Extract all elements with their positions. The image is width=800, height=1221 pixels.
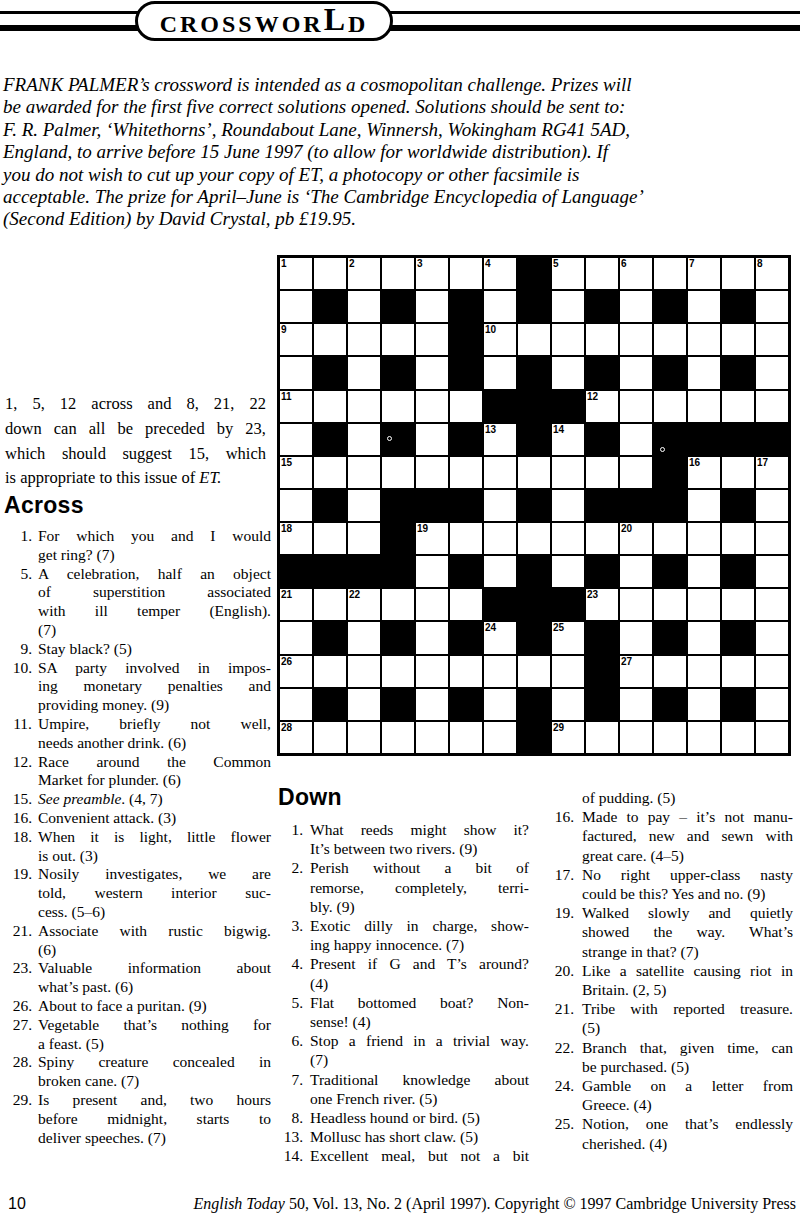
grid-cell[interactable] <box>653 390 687 423</box>
grid-cell-black <box>687 423 721 456</box>
clue-number: 1. <box>5 527 32 565</box>
grid-cell[interactable]: 20 <box>619 522 653 555</box>
grid-cell[interactable] <box>653 522 687 555</box>
grid-cell[interactable] <box>619 290 653 323</box>
grid-cell[interactable]: 9 <box>279 323 313 356</box>
grid-cell[interactable] <box>755 555 789 588</box>
grid-cell[interactable] <box>619 621 653 654</box>
clue-text: Like a satellite causing riot inBritain.… <box>582 961 793 999</box>
grid-cell-black <box>381 290 415 323</box>
title-raised-letter: L <box>324 1 348 37</box>
grid-cell[interactable] <box>653 588 687 621</box>
grid-cell[interactable] <box>415 688 449 721</box>
grid-cell-black <box>517 588 551 621</box>
clue-line: ing monetary penalties and <box>38 677 271 696</box>
grid-cell[interactable] <box>585 257 619 290</box>
grid-cell[interactable] <box>755 323 789 356</box>
grid-cell[interactable] <box>687 356 721 389</box>
grid-cell[interactable] <box>687 555 721 588</box>
grid-cell[interactable]: 15 <box>279 456 313 489</box>
masthead-rule-thin <box>0 11 800 14</box>
intro-line: FRANK PALMER’s crossword is intended as … <box>3 74 644 96</box>
grid-cell[interactable] <box>755 390 789 423</box>
clue-text: Gamble on a letter fromGreece. (4) <box>582 1076 793 1114</box>
grid-cell[interactable] <box>517 456 551 489</box>
across-clue: 29.Is present and, two hoursbefore midni… <box>5 1091 271 1147</box>
grid-cell[interactable] <box>585 456 619 489</box>
grid-cell[interactable] <box>415 456 449 489</box>
grid-cell[interactable] <box>585 323 619 356</box>
grid-cell[interactable] <box>755 621 789 654</box>
grid-cell[interactable] <box>483 555 517 588</box>
clue-line: Stay black? (5) <box>38 640 271 659</box>
grid-cell-black <box>279 555 313 588</box>
grid-cell[interactable]: 25 <box>551 621 585 654</box>
grid-cell[interactable] <box>755 588 789 621</box>
grid-cell[interactable] <box>483 655 517 688</box>
note-line: is appropriate to this issue of ET. <box>5 466 266 491</box>
grid-cell[interactable] <box>347 423 381 456</box>
clue-line: Perish without a bit of <box>310 858 529 877</box>
grid-cell[interactable]: 2 <box>347 257 381 290</box>
clue-text: Nosily investigates, we aretold, western… <box>38 865 271 921</box>
grid-cell-black <box>585 655 619 688</box>
grid-cell[interactable] <box>551 456 585 489</box>
grid-cell[interactable] <box>619 456 653 489</box>
grid-cell[interactable] <box>721 588 755 621</box>
citation-rest: 50, Vol. 13, No. 2 (April 1997). Copyrig… <box>285 1195 796 1212</box>
grid-cell[interactable] <box>347 621 381 654</box>
across-clue: 19.Nosily investigates, we aretold, west… <box>5 865 271 921</box>
cell-number: 26 <box>281 656 292 668</box>
clue-line: Excellent meal, but not a bit <box>310 1146 529 1165</box>
grid-cell[interactable]: 10 <box>483 323 517 356</box>
cell-number: 23 <box>587 589 598 601</box>
grid-cell-black <box>381 621 415 654</box>
intro-line: acceptable. The prize for April–June is … <box>3 186 644 208</box>
grid-cell[interactable] <box>347 688 381 721</box>
grid-cell[interactable] <box>313 588 347 621</box>
grid-cell[interactable] <box>449 456 483 489</box>
across-clue: 12.Race around the CommonMarket for plun… <box>5 753 271 791</box>
grid-cell-black <box>585 356 619 389</box>
clue-line: Race around the Common <box>38 753 271 772</box>
grid-cell[interactable] <box>721 390 755 423</box>
clue-number: 20. <box>545 961 574 999</box>
grid-cell[interactable]: 13 <box>483 423 517 456</box>
grid-cell-black <box>517 555 551 588</box>
clue-line: Stop a friend in a trivial way. <box>310 1031 529 1050</box>
grid-cell[interactable]: 27 <box>619 655 653 688</box>
grid-cell[interactable] <box>415 588 449 621</box>
clue-text: Convenient attack. (3) <box>38 809 271 828</box>
grid-cell[interactable] <box>347 456 381 489</box>
grid-cell[interactable] <box>721 522 755 555</box>
clue-line: cherished. (4) <box>582 1134 793 1153</box>
grid-cell[interactable] <box>721 655 755 688</box>
grid-cell[interactable] <box>619 555 653 588</box>
grid-cell[interactable] <box>415 356 449 389</box>
grid-cell[interactable]: 8 <box>755 257 789 290</box>
crossword-grid: 1234567891011121314151617181920212223242… <box>277 255 791 756</box>
grid-cell[interactable]: 14 <box>551 423 585 456</box>
cell-number: 2 <box>349 258 355 270</box>
cell-number: 10 <box>485 324 496 336</box>
grid-cell[interactable] <box>721 323 755 356</box>
grid-cell[interactable]: 18 <box>279 522 313 555</box>
grid-cell[interactable] <box>313 390 347 423</box>
grid-cell[interactable] <box>313 257 347 290</box>
grid-cell[interactable] <box>687 688 721 721</box>
cell-number: 9 <box>281 324 287 336</box>
grid-cell[interactable] <box>619 390 653 423</box>
grid-cell[interactable] <box>517 522 551 555</box>
down-clue-list-col2: of pudding. (5)16.Made to pay – it’s not… <box>545 788 793 1153</box>
clue-number: 16. <box>5 809 32 828</box>
grid-cell[interactable] <box>687 721 721 754</box>
grid-cell[interactable] <box>415 290 449 323</box>
grid-cell[interactable] <box>483 489 517 522</box>
grid-cell[interactable] <box>619 588 653 621</box>
clue-number <box>545 788 574 807</box>
clue-number: 18. <box>5 828 32 866</box>
grid-cell[interactable] <box>415 423 449 456</box>
grid-cell-black <box>551 588 585 621</box>
grid-cell[interactable] <box>415 621 449 654</box>
grid-cell[interactable] <box>755 290 789 323</box>
clue-number: 4. <box>280 954 303 992</box>
grid-cell[interactable] <box>551 489 585 522</box>
grid-cell[interactable]: 19 <box>415 522 449 555</box>
clue-line: Is present and, two hours <box>38 1091 271 1110</box>
grid-cell[interactable] <box>347 489 381 522</box>
grid-cell[interactable]: 21 <box>279 588 313 621</box>
clue-number: 24. <box>545 1076 574 1114</box>
grid-cell[interactable] <box>449 588 483 621</box>
grid-cell[interactable] <box>279 489 313 522</box>
clue-text: Vegetable that’s nothing fora feast. (5) <box>38 1016 271 1054</box>
grid-cell[interactable] <box>347 522 381 555</box>
grid-cell-black <box>721 290 755 323</box>
grid-cell[interactable] <box>483 356 517 389</box>
clue-number: 28. <box>5 1053 32 1091</box>
across-clue: 1.For which you and I wouldget ring? (7) <box>5 527 271 565</box>
grid-cell[interactable] <box>517 323 551 356</box>
grid-cell[interactable] <box>347 323 381 356</box>
down-clue: 7.Traditional knowledge aboutone French … <box>280 1070 529 1108</box>
grid-cell[interactable] <box>585 522 619 555</box>
grid-cell[interactable] <box>279 621 313 654</box>
grid-cell-black <box>449 356 483 389</box>
grid-cell[interactable] <box>415 555 449 588</box>
clue-number: 21. <box>5 922 32 960</box>
grid-cell[interactable] <box>653 257 687 290</box>
grid-cell[interactable] <box>381 721 415 754</box>
grid-cell-black <box>313 621 347 654</box>
masthead-title-pill: CROSSWORLD <box>135 1 393 41</box>
clue-line: See preamble. (4, 7) <box>38 790 271 809</box>
clue-text: Is present and, two hoursbefore midnight… <box>38 1091 271 1147</box>
clue-line: Spiny creature concealed in <box>38 1053 271 1072</box>
clue-line: It’s between two rivers. (9) <box>310 839 529 858</box>
clue-line: Branch that, given time, can <box>582 1038 793 1057</box>
grid-cell[interactable] <box>755 688 789 721</box>
grid-cell[interactable] <box>449 655 483 688</box>
clue-line: get ring? (7) <box>38 546 271 565</box>
grid-cell[interactable] <box>381 588 415 621</box>
clue-text: Flat bottomed boat? Non-sense! (4) <box>310 993 529 1031</box>
down-clue: 16.Made to pay – it’s not manu-factured,… <box>545 807 793 865</box>
clue-line: of pudding. (5) <box>582 788 793 807</box>
intro-line: F. R. Palmer, ‘Whitethorns’, Roundabout … <box>3 119 644 141</box>
grid-cell[interactable]: 17 <box>755 456 789 489</box>
grid-cell[interactable] <box>347 655 381 688</box>
grid-cell[interactable] <box>551 290 585 323</box>
intro-line: (Second Edition) by David Crystal, pb £1… <box>3 208 644 230</box>
grid-cell[interactable] <box>483 522 517 555</box>
grid-cell-black <box>517 489 551 522</box>
grid-cell[interactable] <box>551 323 585 356</box>
cell-number: 24 <box>485 622 496 634</box>
grid-cell[interactable] <box>619 423 653 456</box>
clue-number: 13. <box>280 1127 303 1146</box>
down-clue: 24.Gamble on a letter fromGreece. (4) <box>545 1076 793 1114</box>
clue-number: 15. <box>5 790 32 809</box>
clue-text: What reeds might show it?It’s between tw… <box>310 820 529 858</box>
grid-cell[interactable] <box>313 323 347 356</box>
cell-number: 6 <box>621 258 627 270</box>
across-heading: Across <box>4 492 84 519</box>
across-clue: 27.Vegetable that’s nothing fora feast. … <box>5 1016 271 1054</box>
grid-cell[interactable] <box>415 323 449 356</box>
grid-cell[interactable] <box>721 721 755 754</box>
clue-text: See preamble. (4, 7) <box>38 790 271 809</box>
clue-number: 25. <box>545 1114 574 1152</box>
clue-line: Greece. (4) <box>582 1095 793 1114</box>
clue-line: When it is light, little flower <box>38 828 271 847</box>
cell-number: 11 <box>281 391 292 403</box>
grid-cell[interactable]: 22 <box>347 588 381 621</box>
grid-cell[interactable] <box>517 655 551 688</box>
grid-cell-black <box>653 456 687 489</box>
grid-cell[interactable] <box>279 356 313 389</box>
grid-cell[interactable] <box>415 721 449 754</box>
grid-cell[interactable] <box>313 522 347 555</box>
grid-cell[interactable] <box>313 721 347 754</box>
across-clue: 5.A celebration, half an objectof supers… <box>5 565 271 640</box>
grid-cell[interactable] <box>415 390 449 423</box>
grid-cell-black <box>517 688 551 721</box>
grid-cell[interactable] <box>687 290 721 323</box>
grid-cell[interactable] <box>687 390 721 423</box>
grid-cell[interactable] <box>551 688 585 721</box>
grid-cell[interactable]: 5 <box>551 257 585 290</box>
grid-cell[interactable]: 23 <box>585 588 619 621</box>
grid-cell[interactable] <box>687 522 721 555</box>
grid-cell[interactable] <box>347 721 381 754</box>
grid-cell[interactable] <box>483 688 517 721</box>
grid-cell[interactable] <box>653 655 687 688</box>
preamble-note: 1, 5, 12 across and 8, 21, 22down can al… <box>5 392 266 491</box>
down-clue: 13.Mollusc has short claw. (5) <box>280 1127 529 1146</box>
grid-cell[interactable] <box>381 257 415 290</box>
grid-cell[interactable] <box>653 323 687 356</box>
grid-cell[interactable]: 12 <box>585 390 619 423</box>
grid-cell[interactable]: 26 <box>279 655 313 688</box>
grid-cell-black <box>721 555 755 588</box>
grid-cell[interactable] <box>347 356 381 389</box>
grid-cell[interactable] <box>313 456 347 489</box>
clue-line: Flat bottomed boat? Non- <box>310 993 529 1012</box>
grid-cell[interactable] <box>551 522 585 555</box>
grid-cell-black <box>585 555 619 588</box>
grid-cell[interactable]: 4 <box>483 257 517 290</box>
grid-cell[interactable] <box>721 257 755 290</box>
clue-number: 22. <box>545 1038 574 1076</box>
grid-cell[interactable] <box>687 655 721 688</box>
grid-cell[interactable] <box>279 423 313 456</box>
grid-cell-black <box>517 290 551 323</box>
clue-line: remorse, completely, terri- <box>310 878 529 897</box>
grid-cell[interactable]: 1 <box>279 257 313 290</box>
clue-number: 3. <box>280 916 303 954</box>
clue-line: No right upper-class nasty <box>582 865 793 884</box>
grid-cell[interactable] <box>381 390 415 423</box>
clue-line: Convenient attack. (3) <box>38 809 271 828</box>
grid-cell[interactable] <box>449 721 483 754</box>
grid-cell[interactable]: 28 <box>279 721 313 754</box>
grid-cell[interactable] <box>483 721 517 754</box>
page-number: 10 <box>8 1195 26 1213</box>
grid-cell-black <box>449 688 483 721</box>
grid-cell[interactable] <box>279 688 313 721</box>
grid-cell-black <box>483 588 517 621</box>
cell-number: 15 <box>281 457 292 469</box>
grid-cell[interactable] <box>687 621 721 654</box>
grid-cell[interactable] <box>585 721 619 754</box>
title-part2: D <box>348 11 368 37</box>
grid-cell[interactable] <box>381 456 415 489</box>
clue-number: 2. <box>280 858 303 916</box>
grid-cell[interactable] <box>619 356 653 389</box>
down-clue: 3.Exotic dilly in charge, show-ing happy… <box>280 916 529 954</box>
clue-text: A celebration, half an objectof supersti… <box>38 565 271 640</box>
across-clue-list: 1.For which you and I wouldget ring? (7)… <box>5 527 271 1147</box>
grid-cell[interactable] <box>347 390 381 423</box>
clue-line: (6) <box>38 941 271 960</box>
grid-cell-black <box>653 489 687 522</box>
grid-cell[interactable] <box>347 290 381 323</box>
grid-cell[interactable] <box>415 655 449 688</box>
intro-line: you do not wish to cut up your copy of E… <box>3 164 644 186</box>
note-line: which should suggest 15, which <box>5 442 266 467</box>
clue-line: ing happy innocence. (7) <box>310 935 529 954</box>
grid-cell-black <box>585 621 619 654</box>
grid-cell[interactable]: 6 <box>619 257 653 290</box>
clue-text: Notion, one that’s endlesslycherished. (… <box>582 1114 793 1152</box>
grid-cell-black <box>653 423 687 456</box>
clue-text: of pudding. (5) <box>582 788 793 807</box>
cell-number: 13 <box>485 424 496 436</box>
clue-number: 17. <box>545 865 574 903</box>
clue-line: (4) <box>310 974 529 993</box>
grid-cell[interactable] <box>449 257 483 290</box>
down-clue: 21.Tribe with reported treasure.(5) <box>545 999 793 1037</box>
grid-cell[interactable] <box>313 655 347 688</box>
grid-cell[interactable] <box>687 323 721 356</box>
clue-line: broken cane. (7) <box>38 1072 271 1091</box>
clue-line: deliver speeches. (7) <box>38 1129 271 1148</box>
clue-line: (7) <box>38 621 271 640</box>
grid-cell[interactable] <box>653 721 687 754</box>
grid-cell[interactable] <box>687 489 721 522</box>
grid-cell-black <box>585 423 619 456</box>
grid-cell[interactable] <box>755 522 789 555</box>
grid-cell-black <box>347 555 381 588</box>
grid-cell[interactable]: 29 <box>551 721 585 754</box>
grid-cell-black <box>381 555 415 588</box>
grid-cell[interactable] <box>755 655 789 688</box>
grid-cell-black <box>313 489 347 522</box>
grid-cell-black <box>517 356 551 389</box>
grid-cell[interactable]: 7 <box>687 257 721 290</box>
grid-cell-black <box>449 423 483 456</box>
grid-cell[interactable] <box>449 390 483 423</box>
grid-cell[interactable]: 11 <box>279 390 313 423</box>
cell-number: 27 <box>621 656 632 668</box>
grid-cell-black <box>313 555 347 588</box>
across-clue: 18.When it is light, little floweris out… <box>5 828 271 866</box>
cell-number: 21 <box>281 589 292 601</box>
clue-line: one French river. (5) <box>310 1089 529 1108</box>
grid-cell[interactable] <box>551 555 585 588</box>
grid-cell-black <box>381 522 415 555</box>
grid-cell[interactable] <box>619 721 653 754</box>
grid-cell[interactable] <box>755 356 789 389</box>
grid-cell[interactable] <box>483 290 517 323</box>
cell-number: 22 <box>349 589 360 601</box>
grid-cell[interactable] <box>449 522 483 555</box>
grid-cell[interactable] <box>687 588 721 621</box>
grid-cell[interactable] <box>551 655 585 688</box>
clue-number: 6. <box>280 1031 303 1069</box>
grid-cell[interactable]: 3 <box>415 257 449 290</box>
grid-cell[interactable]: 16 <box>687 456 721 489</box>
clue-line: Valuable information about <box>38 959 271 978</box>
grid-cell[interactable] <box>619 323 653 356</box>
grid-cell-black <box>653 688 687 721</box>
grid-cell[interactable] <box>619 688 653 721</box>
clue-line: strange in that? (7) <box>582 942 793 961</box>
clue-line: Exotic dilly in charge, show- <box>310 916 529 935</box>
grid-cell[interactable] <box>721 456 755 489</box>
grid-cell[interactable] <box>381 323 415 356</box>
grid-cell[interactable] <box>755 721 789 754</box>
across-clue: 23.Valuable information aboutwhat’s past… <box>5 959 271 997</box>
across-clue: 28.Spiny creature concealed inbroken can… <box>5 1053 271 1091</box>
clue-line: Gamble on a letter from <box>582 1076 793 1095</box>
grid-cell[interactable]: 24 <box>483 621 517 654</box>
clue-text: Excellent meal, but not a bit <box>310 1146 529 1165</box>
note-italic-et: ET. <box>199 468 221 487</box>
grid-cell-black <box>721 688 755 721</box>
grid-cell[interactable] <box>483 456 517 489</box>
grid-cell-black <box>619 489 653 522</box>
grid-cell[interactable] <box>279 290 313 323</box>
grid-cell[interactable] <box>381 655 415 688</box>
grid-cell[interactable] <box>755 489 789 522</box>
grid-cell[interactable] <box>551 356 585 389</box>
